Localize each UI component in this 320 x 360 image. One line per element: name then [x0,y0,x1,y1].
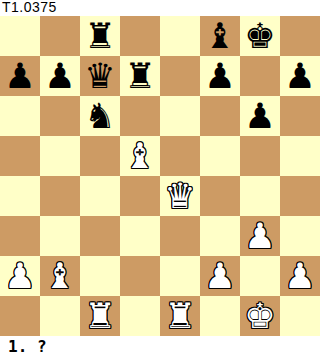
square-h3[interactable] [280,216,320,256]
square-h1[interactable] [280,296,320,336]
piece-black-king[interactable]: ♚ [240,16,280,56]
square-d3[interactable] [120,216,160,256]
square-e4[interactable]: ♛ [160,176,200,216]
square-a6[interactable] [0,96,40,136]
square-b8[interactable] [40,16,80,56]
square-c6[interactable]: ♞ [80,96,120,136]
square-e8[interactable] [160,16,200,56]
square-a2[interactable]: ♟ [0,256,40,296]
square-b1[interactable] [40,296,80,336]
piece-white-king[interactable]: ♚ [240,296,280,336]
square-h5[interactable] [280,136,320,176]
square-a4[interactable] [0,176,40,216]
square-a5[interactable] [0,136,40,176]
chess-board: ♜♝♚♟♟♛♜♟♟♞♟♝♛♟♟♝♟♟♜♜♚ [0,16,320,336]
square-g8[interactable]: ♚ [240,16,280,56]
square-e3[interactable] [160,216,200,256]
move-prompt: 1. ? [0,336,320,360]
square-a7[interactable]: ♟ [0,56,40,96]
square-h4[interactable] [280,176,320,216]
square-g2[interactable] [240,256,280,296]
piece-black-pawn[interactable]: ♟ [280,56,320,96]
square-e1[interactable]: ♜ [160,296,200,336]
square-g1[interactable]: ♚ [240,296,280,336]
square-c5[interactable] [80,136,120,176]
square-d2[interactable] [120,256,160,296]
square-g3[interactable]: ♟ [240,216,280,256]
square-b5[interactable] [40,136,80,176]
square-c7[interactable]: ♛ [80,56,120,96]
square-c3[interactable] [80,216,120,256]
square-a1[interactable] [0,296,40,336]
square-c8[interactable]: ♜ [80,16,120,56]
piece-black-knight[interactable]: ♞ [80,96,120,136]
square-e7[interactable] [160,56,200,96]
square-f7[interactable]: ♟ [200,56,240,96]
piece-black-pawn[interactable]: ♟ [0,56,40,96]
square-f3[interactable] [200,216,240,256]
square-b4[interactable] [40,176,80,216]
square-e2[interactable] [160,256,200,296]
square-f2[interactable]: ♟ [200,256,240,296]
square-f8[interactable]: ♝ [200,16,240,56]
square-d6[interactable] [120,96,160,136]
square-a3[interactable] [0,216,40,256]
square-h8[interactable] [280,16,320,56]
piece-white-pawn[interactable]: ♟ [200,256,240,296]
square-c1[interactable]: ♜ [80,296,120,336]
piece-white-rook[interactable]: ♜ [80,296,120,336]
square-h2[interactable]: ♟ [280,256,320,296]
square-b7[interactable]: ♟ [40,56,80,96]
square-c2[interactable] [80,256,120,296]
square-g7[interactable] [240,56,280,96]
square-d1[interactable] [120,296,160,336]
piece-black-rook[interactable]: ♜ [80,16,120,56]
piece-white-rook[interactable]: ♜ [160,296,200,336]
square-h7[interactable]: ♟ [280,56,320,96]
square-a8[interactable] [0,16,40,56]
square-g5[interactable] [240,136,280,176]
square-d4[interactable] [120,176,160,216]
piece-black-queen[interactable]: ♛ [80,56,120,96]
piece-white-pawn[interactable]: ♟ [280,256,320,296]
square-g6[interactable]: ♟ [240,96,280,136]
piece-white-bishop[interactable]: ♝ [40,256,80,296]
square-b3[interactable] [40,216,80,256]
square-e6[interactable] [160,96,200,136]
piece-white-pawn[interactable]: ♟ [0,256,40,296]
square-d8[interactable] [120,16,160,56]
square-f5[interactable] [200,136,240,176]
piece-white-bishop[interactable]: ♝ [120,136,160,176]
square-d7[interactable]: ♜ [120,56,160,96]
square-f1[interactable] [200,296,240,336]
square-g4[interactable] [240,176,280,216]
piece-black-pawn[interactable]: ♟ [200,56,240,96]
square-b2[interactable]: ♝ [40,256,80,296]
piece-black-pawn[interactable]: ♟ [240,96,280,136]
piece-black-rook[interactable]: ♜ [120,56,160,96]
puzzle-id: T1.0375 [0,0,320,16]
square-d5[interactable]: ♝ [120,136,160,176]
square-c4[interactable] [80,176,120,216]
square-f6[interactable] [200,96,240,136]
square-e5[interactable] [160,136,200,176]
square-b6[interactable] [40,96,80,136]
piece-white-pawn[interactable]: ♟ [240,216,280,256]
square-f4[interactable] [200,176,240,216]
piece-black-bishop[interactable]: ♝ [200,16,240,56]
piece-white-queen[interactable]: ♛ [160,176,200,216]
square-h6[interactable] [280,96,320,136]
piece-black-pawn[interactable]: ♟ [40,56,80,96]
